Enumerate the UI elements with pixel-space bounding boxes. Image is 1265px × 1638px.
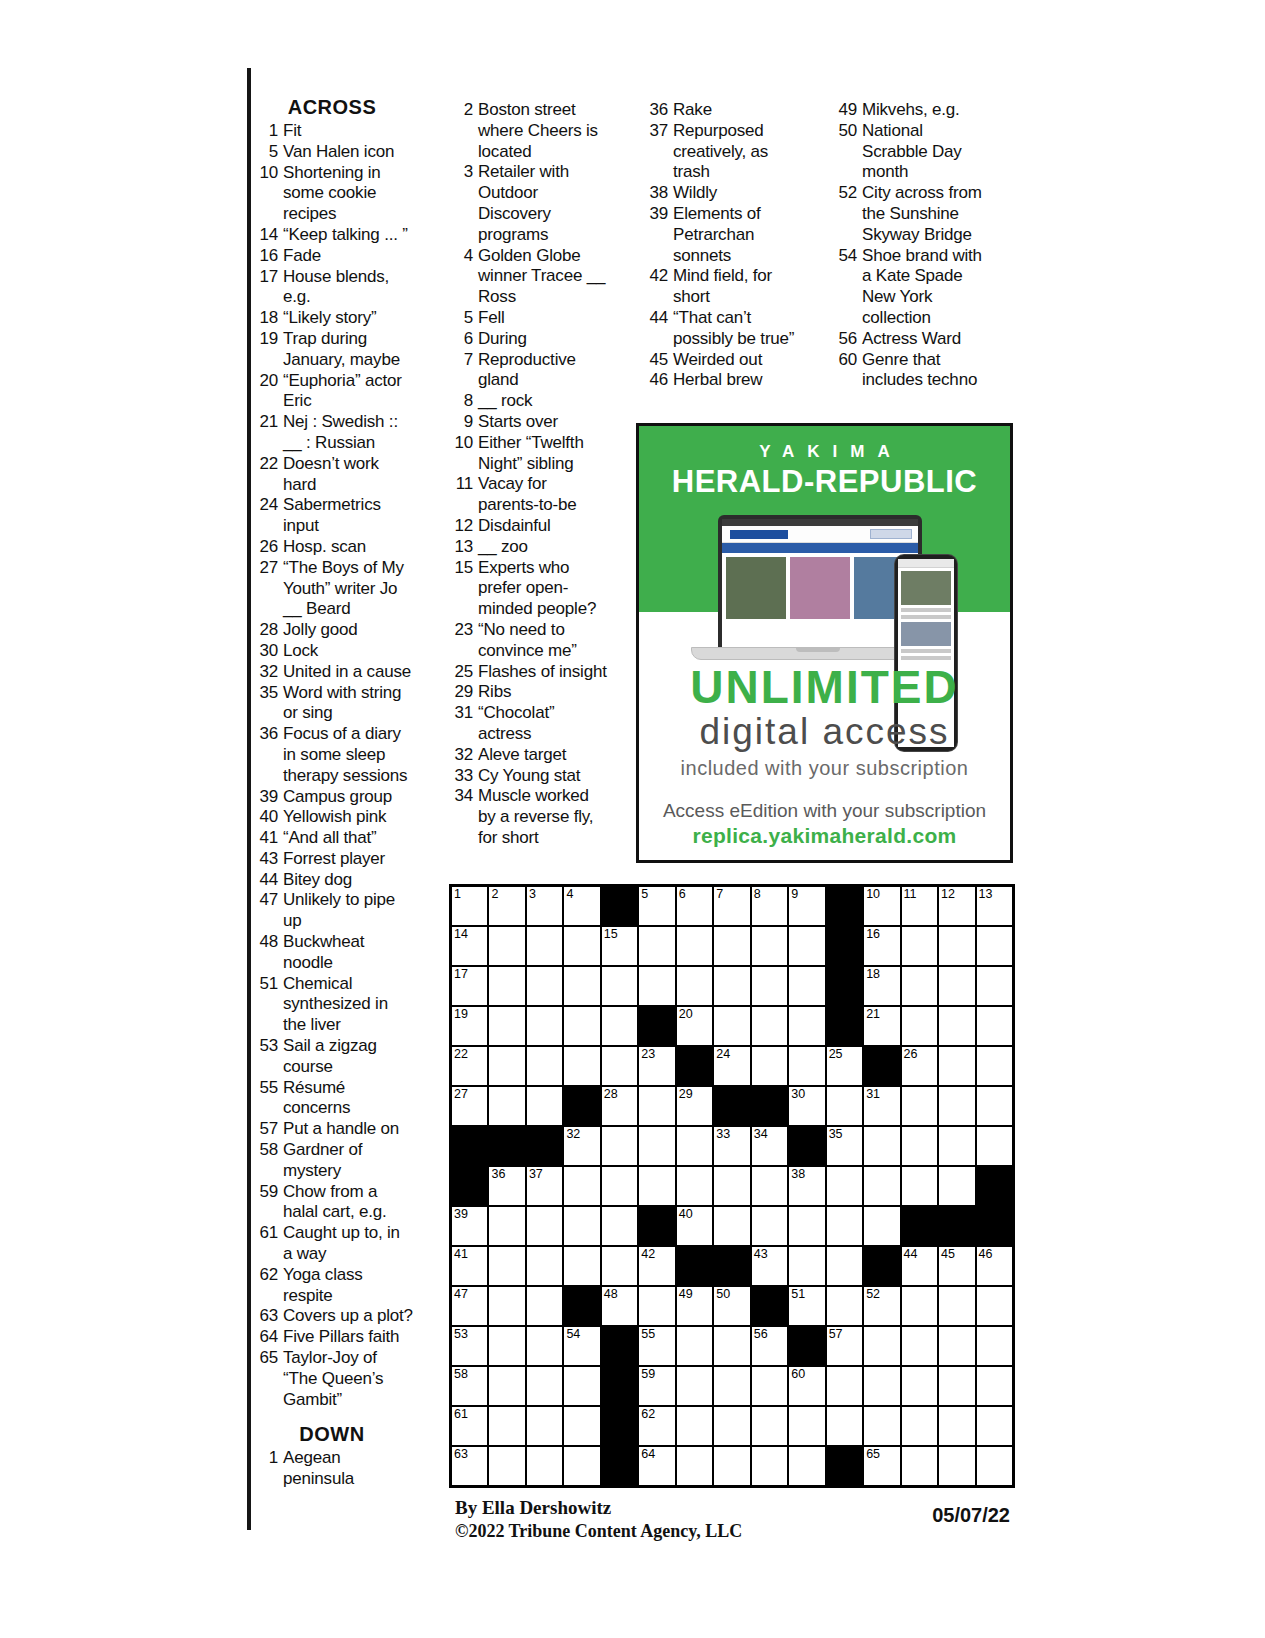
- cell-r8c8[interactable]: [714, 1167, 749, 1205]
- clue-text: __ zoo: [478, 537, 629, 558]
- cell-r14c14[interactable]: [939, 1407, 974, 1445]
- cell-r8c3[interactable]: 37: [527, 1167, 562, 1205]
- clue-number: 32: [252, 662, 278, 683]
- cell-r2c2[interactable]: [489, 927, 524, 965]
- cell-number: 51: [791, 1288, 805, 1301]
- cell-r6c15[interactable]: [977, 1087, 1012, 1125]
- clue-61: 61Caught up to, in a way: [252, 1223, 434, 1265]
- cell-r3c12[interactable]: 18: [864, 967, 899, 1005]
- cell-r5c1[interactable]: 22: [452, 1047, 487, 1085]
- clue-list-header-down: DOWN: [252, 1423, 412, 1445]
- clue-number: 26: [252, 537, 278, 558]
- clue-column-1: ACROSS1Fit5Van Halen icon10Shortening in…: [252, 96, 434, 1490]
- cell-r14c1[interactable]: 61: [452, 1407, 487, 1445]
- clue-number: 42: [642, 266, 668, 308]
- cell-r2c7[interactable]: [677, 927, 712, 965]
- cell-r5c9[interactable]: [752, 1047, 787, 1085]
- clue-25: 25Flashes of insight: [447, 662, 629, 683]
- cell-r1c13[interactable]: 11: [902, 887, 937, 925]
- phone-text-line: [901, 615, 951, 619]
- cell-r9c11[interactable]: [827, 1207, 862, 1245]
- clue-number: 56: [831, 329, 857, 350]
- cell-r15c9[interactable]: [752, 1447, 787, 1485]
- cell-number: 2: [491, 888, 498, 901]
- cell-r12c9[interactable]: 56: [752, 1327, 787, 1365]
- cell-r14c10[interactable]: [789, 1407, 824, 1445]
- cell-r11c14[interactable]: [939, 1287, 974, 1325]
- cell-r4c13[interactable]: [902, 1007, 937, 1045]
- cell-r11c1[interactable]: 47: [452, 1287, 487, 1325]
- cell-number: 30: [791, 1088, 805, 1101]
- cell-r3c10[interactable]: [789, 967, 824, 1005]
- puzzle-page: ACROSS1Fit5Van Halen icon10Shortening in…: [0, 0, 1265, 1638]
- clue-text: “Keep talking ... ”: [283, 225, 434, 246]
- clue-text: “And all that”: [283, 828, 434, 849]
- cell-r6c10[interactable]: 30: [789, 1087, 824, 1125]
- black-cell: [602, 1447, 637, 1485]
- clue-number: 17: [252, 267, 278, 309]
- cell-r1c3[interactable]: 3: [527, 887, 562, 925]
- cell-r15c13[interactable]: [902, 1447, 937, 1485]
- cell-r8c10[interactable]: 38: [789, 1167, 824, 1205]
- black-cell: [827, 967, 862, 1005]
- cell-r2c10[interactable]: [789, 927, 824, 965]
- cell-r4c8[interactable]: [714, 1007, 749, 1045]
- clue-65: 65Taylor-Joy of “The Queen’s Gambit”: [252, 1348, 434, 1410]
- cell-number: 19: [454, 1008, 468, 1021]
- cell-r14c15[interactable]: [977, 1407, 1012, 1445]
- cell-r15c8[interactable]: [714, 1447, 749, 1485]
- cell-r9c4[interactable]: [564, 1207, 599, 1245]
- cell-r4c10[interactable]: [789, 1007, 824, 1045]
- clue-53: 53Sail a zigzag course: [252, 1036, 434, 1078]
- cell-r9c9[interactable]: [752, 1207, 787, 1245]
- cell-r4c12[interactable]: 21: [864, 1007, 899, 1045]
- clue-text: “Euphoria” actor Eric: [283, 371, 434, 413]
- cell-r1c1[interactable]: 1: [452, 887, 487, 925]
- cell-r7c15[interactable]: [977, 1127, 1012, 1165]
- cell-number: 18: [866, 968, 880, 981]
- cell-r14c11[interactable]: [827, 1407, 862, 1445]
- cell-r7c12[interactable]: [864, 1127, 899, 1165]
- cell-r3c5[interactable]: [602, 967, 637, 1005]
- cell-r3c8[interactable]: [714, 967, 749, 1005]
- clue-text: “Likely story”: [283, 308, 434, 329]
- cell-r14c7[interactable]: [677, 1407, 712, 1445]
- cell-r12c8[interactable]: [714, 1327, 749, 1365]
- clue-63: 63Covers up a plot?: [252, 1306, 434, 1327]
- cell-r1c2[interactable]: 2: [489, 887, 524, 925]
- cell-r3c1[interactable]: 17: [452, 967, 487, 1005]
- cell-r10c6[interactable]: 42: [639, 1247, 674, 1285]
- clue-number: 58: [252, 1140, 278, 1182]
- cell-r2c8[interactable]: [714, 927, 749, 965]
- cell-r3c2[interactable]: [489, 967, 524, 1005]
- cell-r7c13[interactable]: [902, 1127, 937, 1165]
- cell-r12c2[interactable]: [489, 1327, 524, 1365]
- cell-r9c3[interactable]: [527, 1207, 562, 1245]
- clue-23: 23“No need to convince me”: [447, 620, 629, 662]
- cell-r12c1[interactable]: 53: [452, 1327, 487, 1365]
- cell-r14c8[interactable]: [714, 1407, 749, 1445]
- cell-r9c12[interactable]: [864, 1207, 899, 1245]
- cell-r13c7[interactable]: [677, 1367, 712, 1405]
- cell-r15c15[interactable]: [977, 1447, 1012, 1485]
- clue-number: 44: [252, 870, 278, 891]
- cell-r10c10[interactable]: [789, 1247, 824, 1285]
- clue-text: Flashes of insight: [478, 662, 629, 683]
- black-cell: [864, 1047, 899, 1085]
- clue-text: Either “Twelfth Night” sibling: [478, 433, 629, 475]
- cell-r12c4[interactable]: 54: [564, 1327, 599, 1365]
- cell-r7c6[interactable]: [639, 1127, 674, 1165]
- cell-r10c1[interactable]: 41: [452, 1247, 487, 1285]
- cell-r8c6[interactable]: [639, 1167, 674, 1205]
- clue-number: 45: [642, 350, 668, 371]
- clue-column-2: 2Boston street where Cheers is located3R…: [447, 100, 629, 849]
- cell-r12c7[interactable]: [677, 1327, 712, 1365]
- subscription-ad[interactable]: YAKIMA HERALD-REPUBLIC: [636, 423, 1013, 863]
- cell-r11c15[interactable]: [977, 1287, 1012, 1325]
- cell-number: 9: [791, 888, 798, 901]
- cell-r4c7[interactable]: 20: [677, 1007, 712, 1045]
- cell-r8c4[interactable]: [564, 1167, 599, 1205]
- cell-r3c14[interactable]: [939, 967, 974, 1005]
- cell-r13c1[interactable]: 58: [452, 1367, 487, 1405]
- clue-number: 63: [252, 1306, 278, 1327]
- cell-number: 60: [791, 1368, 805, 1381]
- clue-text: Taylor-Joy of “The Queen’s Gambit”: [283, 1348, 434, 1410]
- black-cell: [752, 1287, 787, 1325]
- cell-r1c4[interactable]: 4: [564, 887, 599, 925]
- clue-number: 29: [447, 682, 473, 703]
- cell-r10c9[interactable]: 43: [752, 1247, 787, 1285]
- cell-r6c1[interactable]: 27: [452, 1087, 487, 1125]
- clue-26: 26Hosp. scan: [252, 537, 434, 558]
- ad-subheadline: digital access: [639, 713, 1010, 750]
- cell-r3c6[interactable]: [639, 967, 674, 1005]
- clue-text: Hosp. scan: [283, 537, 434, 558]
- cell-r3c7[interactable]: [677, 967, 712, 1005]
- cell-r5c4[interactable]: [564, 1047, 599, 1085]
- cell-r13c13[interactable]: [902, 1367, 937, 1405]
- cell-r3c15[interactable]: [977, 967, 1012, 1005]
- black-cell: [602, 1327, 637, 1365]
- cell-r9c8[interactable]: [714, 1207, 749, 1245]
- cell-r2c4[interactable]: [564, 927, 599, 965]
- cell-r12c6[interactable]: 55: [639, 1327, 674, 1365]
- cell-r14c6[interactable]: 62: [639, 1407, 674, 1445]
- clue-number: 32: [447, 745, 473, 766]
- cell-r6c14[interactable]: [939, 1087, 974, 1125]
- cell-r2c14[interactable]: [939, 927, 974, 965]
- cell-r1c7[interactable]: 6: [677, 887, 712, 925]
- cell-r10c5[interactable]: [602, 1247, 637, 1285]
- cell-r4c4[interactable]: [564, 1007, 599, 1045]
- cell-r4c1[interactable]: 19: [452, 1007, 487, 1045]
- cell-r12c12[interactable]: [864, 1327, 899, 1365]
- cell-r15c12[interactable]: 65: [864, 1447, 899, 1485]
- clue-number: 21: [252, 412, 278, 454]
- cell-r10c4[interactable]: [564, 1247, 599, 1285]
- black-cell: [602, 887, 637, 925]
- cell-r8c5[interactable]: [602, 1167, 637, 1205]
- cell-number: 38: [791, 1168, 805, 1181]
- clue-text: Lock: [283, 641, 434, 662]
- clue-text: “No need to convince me”: [478, 620, 629, 662]
- clue-number: 36: [252, 724, 278, 786]
- cell-r11c12[interactable]: 52: [864, 1287, 899, 1325]
- cell-r5c5[interactable]: [602, 1047, 637, 1085]
- cell-r4c9[interactable]: [752, 1007, 787, 1045]
- cell-r13c3[interactable]: [527, 1367, 562, 1405]
- cell-r4c5[interactable]: [602, 1007, 637, 1045]
- clue-text: Focus of a diary in some sleep therapy s…: [283, 724, 434, 786]
- cell-r12c13[interactable]: [902, 1327, 937, 1365]
- cell-r3c9[interactable]: [752, 967, 787, 1005]
- cell-r1c8[interactable]: 7: [714, 887, 749, 925]
- clue-32: 32Aleve target: [447, 745, 629, 766]
- clue-number: 50: [831, 121, 857, 183]
- cell-r3c13[interactable]: [902, 967, 937, 1005]
- cell-r14c2[interactable]: [489, 1407, 524, 1445]
- cell-r1c9[interactable]: 8: [752, 887, 787, 925]
- cell-r2c1[interactable]: 14: [452, 927, 487, 965]
- clue-number: 1: [252, 1448, 278, 1490]
- cell-r8c9[interactable]: [752, 1167, 787, 1205]
- cell-r7c7[interactable]: [677, 1127, 712, 1165]
- cell-r8c13[interactable]: [902, 1167, 937, 1205]
- cell-r13c11[interactable]: [827, 1367, 862, 1405]
- clue-number: 3: [447, 162, 473, 245]
- clue-number: 65: [252, 1348, 278, 1410]
- clue-text: Retailer with Outdoor Discovery programs: [478, 162, 629, 245]
- cell-r9c5[interactable]: [602, 1207, 637, 1245]
- cell-r6c3[interactable]: [527, 1087, 562, 1125]
- cell-r6c13[interactable]: [902, 1087, 937, 1125]
- cell-r15c10[interactable]: [789, 1447, 824, 1485]
- cell-r15c1[interactable]: 63: [452, 1447, 487, 1485]
- cell-r14c4[interactable]: [564, 1407, 599, 1445]
- cell-r9c10[interactable]: [789, 1207, 824, 1245]
- clue-2: 2Boston street where Cheers is located: [447, 100, 629, 162]
- cell-r10c3[interactable]: [527, 1247, 562, 1285]
- cell-r3c3[interactable]: [527, 967, 562, 1005]
- cell-r5c10[interactable]: [789, 1047, 824, 1085]
- cell-r11c5[interactable]: 48: [602, 1287, 637, 1325]
- cell-r12c14[interactable]: [939, 1327, 974, 1365]
- cell-r5c15[interactable]: [977, 1047, 1012, 1085]
- cell-r4c2[interactable]: [489, 1007, 524, 1045]
- clue-52: 52City across from the Sunshine Skyway B…: [831, 183, 1013, 245]
- cell-r14c9[interactable]: [752, 1407, 787, 1445]
- cell-r4c15[interactable]: [977, 1007, 1012, 1045]
- cell-r5c3[interactable]: [527, 1047, 562, 1085]
- cell-r6c5[interactable]: 28: [602, 1087, 637, 1125]
- clue-number: 53: [252, 1036, 278, 1078]
- cell-r15c3[interactable]: [527, 1447, 562, 1485]
- cell-r1c10[interactable]: 9: [789, 887, 824, 925]
- clue-number: 16: [252, 246, 278, 267]
- cell-r8c12[interactable]: [864, 1167, 899, 1205]
- cell-r12c15[interactable]: [977, 1327, 1012, 1365]
- cell-r15c2[interactable]: [489, 1447, 524, 1485]
- clue-number: 19: [252, 329, 278, 371]
- clue-number: 62: [252, 1265, 278, 1307]
- clue-number: 22: [252, 454, 278, 496]
- cell-r5c14[interactable]: [939, 1047, 974, 1085]
- cell-number: 28: [604, 1088, 618, 1101]
- cell-r13c10[interactable]: 60: [789, 1367, 824, 1405]
- clue-number: 47: [252, 890, 278, 932]
- ad-replica-url[interactable]: replica.yakimaherald.com: [639, 824, 1010, 848]
- cell-r8c14[interactable]: [939, 1167, 974, 1205]
- cell-r6c7[interactable]: 29: [677, 1087, 712, 1125]
- cell-r9c7[interactable]: 40: [677, 1207, 712, 1245]
- cell-r1c15[interactable]: 13: [977, 887, 1012, 925]
- ad-brand-city: YAKIMA: [639, 442, 1010, 462]
- cell-r14c13[interactable]: [902, 1407, 937, 1445]
- clue-number: 10: [447, 433, 473, 475]
- black-cell: [639, 1007, 674, 1045]
- cell-r12c11[interactable]: 57: [827, 1327, 862, 1365]
- clue-number: 49: [831, 100, 857, 121]
- cell-r10c14[interactable]: 45: [939, 1247, 974, 1285]
- clue-text: Word with string or sing: [283, 683, 434, 725]
- cell-number: 29: [679, 1088, 693, 1101]
- cell-r4c14[interactable]: [939, 1007, 974, 1045]
- cell-r8c11[interactable]: [827, 1167, 862, 1205]
- cell-r2c9[interactable]: [752, 927, 787, 965]
- phone-text-line: [901, 649, 951, 653]
- cell-r11c13[interactable]: [902, 1287, 937, 1325]
- clue-42: 42Mind field, for short: [642, 266, 824, 308]
- cell-r9c1[interactable]: 39: [452, 1207, 487, 1245]
- laptop-notch: [796, 648, 840, 652]
- clue-40: 40Yellowish pink: [252, 807, 434, 828]
- cell-r13c15[interactable]: [977, 1367, 1012, 1405]
- cell-r7c9[interactable]: 34: [752, 1127, 787, 1165]
- cell-r14c3[interactable]: [527, 1407, 562, 1445]
- cell-r13c14[interactable]: [939, 1367, 974, 1405]
- cell-r1c14[interactable]: 12: [939, 887, 974, 925]
- clue-54: 54Shoe brand with a Kate Spade New York …: [831, 246, 1013, 329]
- cell-r15c7[interactable]: [677, 1447, 712, 1485]
- clue-48: 48Buckwheat noodle: [252, 932, 434, 974]
- cell-r6c6[interactable]: [639, 1087, 674, 1125]
- clue-number: 7: [447, 350, 473, 392]
- cell-r3c4[interactable]: [564, 967, 599, 1005]
- clue-text: Mikvehs, e.g.: [862, 100, 1013, 121]
- cell-r5c13[interactable]: 26: [902, 1047, 937, 1085]
- cell-r5c6[interactable]: 23: [639, 1047, 674, 1085]
- cell-number: 7: [716, 888, 723, 901]
- cell-r11c8[interactable]: 50: [714, 1287, 749, 1325]
- cell-number: 42: [641, 1248, 655, 1261]
- black-cell: [639, 1207, 674, 1245]
- cell-r13c4[interactable]: [564, 1367, 599, 1405]
- cell-r14c12[interactable]: [864, 1407, 899, 1445]
- clue-text: Forrest player: [283, 849, 434, 870]
- cell-r9c2[interactable]: [489, 1207, 524, 1245]
- cell-r7c4[interactable]: 32: [564, 1127, 599, 1165]
- cell-r5c2[interactable]: [489, 1047, 524, 1085]
- cell-r2c12[interactable]: 16: [864, 927, 899, 965]
- clue-text: Aegean peninsula: [283, 1448, 434, 1490]
- cell-r7c11[interactable]: 35: [827, 1127, 862, 1165]
- cell-r5c8[interactable]: 24: [714, 1047, 749, 1085]
- cell-r4c3[interactable]: [527, 1007, 562, 1045]
- cell-r13c8[interactable]: [714, 1367, 749, 1405]
- clue-number: 13: [447, 537, 473, 558]
- cell-r2c13[interactable]: [902, 927, 937, 965]
- cell-r13c9[interactable]: [752, 1367, 787, 1405]
- cell-r11c10[interactable]: 51: [789, 1287, 824, 1325]
- clue-text: __ rock: [478, 391, 629, 412]
- cell-r2c3[interactable]: [527, 927, 562, 965]
- clue-number: 24: [252, 495, 278, 537]
- clue-number: 44: [642, 308, 668, 350]
- clue-57: 57Put a handle on: [252, 1119, 434, 1140]
- cell-r2c6[interactable]: [639, 927, 674, 965]
- cell-r2c15[interactable]: [977, 927, 1012, 965]
- clue-41: 41“And all that”: [252, 828, 434, 849]
- clue-number: 10: [252, 163, 278, 225]
- cell-r11c3[interactable]: [527, 1287, 562, 1325]
- cell-r10c15[interactable]: 46: [977, 1247, 1012, 1285]
- cell-r1c12[interactable]: 10: [864, 887, 899, 925]
- cell-r8c7[interactable]: [677, 1167, 712, 1205]
- cell-r13c2[interactable]: [489, 1367, 524, 1405]
- cell-r7c8[interactable]: 33: [714, 1127, 749, 1165]
- cell-r15c4[interactable]: [564, 1447, 599, 1485]
- clue-text: Nej : Swedish :: __ : Russian: [283, 412, 434, 454]
- cell-r1c6[interactable]: 5: [639, 887, 674, 925]
- clue-number: 6: [447, 329, 473, 350]
- cell-r11c2[interactable]: [489, 1287, 524, 1325]
- clue-64: 64Five Pillars faith: [252, 1327, 434, 1348]
- cell-r5c11[interactable]: 25: [827, 1047, 862, 1085]
- cell-r11c11[interactable]: [827, 1287, 862, 1325]
- cell-r10c2[interactable]: [489, 1247, 524, 1285]
- cell-r8c2[interactable]: 36: [489, 1167, 524, 1205]
- cell-number: 21: [866, 1008, 880, 1021]
- clue-text: Actress Ward: [862, 329, 1013, 350]
- cell-r6c12[interactable]: 31: [864, 1087, 899, 1125]
- cell-r10c11[interactable]: [827, 1247, 862, 1285]
- clue-number: 41: [252, 828, 278, 849]
- cell-r2c5[interactable]: 15: [602, 927, 637, 965]
- cell-r10c13[interactable]: 44: [902, 1247, 937, 1285]
- clue-text: United in a cause: [283, 662, 434, 683]
- cell-r7c14[interactable]: [939, 1127, 974, 1165]
- cell-number: 13: [979, 888, 993, 901]
- cell-number: 20: [679, 1008, 693, 1021]
- cell-r7c5[interactable]: [602, 1127, 637, 1165]
- black-cell: [789, 1327, 824, 1365]
- clue-text: Disdainful: [478, 516, 629, 537]
- cell-r15c6[interactable]: 64: [639, 1447, 674, 1485]
- cell-number: 22: [454, 1048, 468, 1061]
- cell-r13c6[interactable]: 59: [639, 1367, 674, 1405]
- cell-r12c3[interactable]: [527, 1327, 562, 1365]
- cell-r15c14[interactable]: [939, 1447, 974, 1485]
- cell-r11c6[interactable]: [639, 1287, 674, 1325]
- cell-r6c2[interactable]: [489, 1087, 524, 1125]
- cell-r11c7[interactable]: 49: [677, 1287, 712, 1325]
- cell-r13c12[interactable]: [864, 1367, 899, 1405]
- cell-r6c11[interactable]: [827, 1087, 862, 1125]
